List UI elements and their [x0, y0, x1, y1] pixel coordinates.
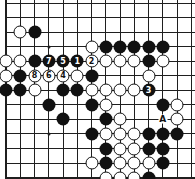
white-stone	[99, 84, 112, 97]
go-board-diagram: 75128643A	[0, 0, 195, 179]
black-stone	[0, 84, 13, 97]
black-stone	[171, 127, 184, 140]
white-stone	[142, 69, 155, 82]
white-stone-move-2: 2	[85, 55, 98, 68]
white-stone	[114, 142, 127, 155]
black-stone	[156, 127, 169, 140]
white-stone	[71, 69, 84, 82]
black-stone	[57, 113, 70, 126]
black-stone	[85, 98, 98, 111]
white-stone	[85, 157, 98, 170]
white-stone	[128, 142, 141, 155]
white-stone	[114, 157, 127, 170]
white-stone	[114, 84, 127, 97]
white-stone	[128, 84, 141, 97]
white-stone	[128, 157, 141, 170]
white-stone-move-6: 6	[42, 69, 55, 82]
star-point	[47, 45, 50, 48]
black-stone	[142, 127, 155, 140]
white-stone	[114, 171, 127, 179]
black-stone	[156, 142, 169, 155]
black-stone	[99, 157, 112, 170]
white-stone	[114, 55, 127, 68]
white-stone	[114, 113, 127, 126]
black-stone-move-1: 1	[71, 55, 84, 68]
white-stone	[14, 55, 27, 68]
black-stone	[128, 40, 141, 53]
black-stone	[142, 171, 155, 179]
white-stone	[156, 55, 169, 68]
black-stone	[156, 40, 169, 53]
black-stone	[28, 55, 41, 68]
point-label-A: A	[158, 115, 167, 124]
white-stone	[85, 84, 98, 97]
black-stone	[156, 157, 169, 170]
white-stone	[99, 98, 112, 111]
black-stone	[85, 69, 98, 82]
white-stone	[128, 127, 141, 140]
black-stone	[28, 26, 41, 39]
white-stone	[142, 157, 155, 170]
grid-vline	[191, 0, 192, 179]
black-stone-move-5: 5	[57, 55, 70, 68]
white-stone	[128, 55, 141, 68]
black-stone	[142, 40, 155, 53]
white-stone	[14, 26, 27, 39]
grid-vline	[177, 0, 178, 179]
black-stone-move-7: 7	[42, 55, 55, 68]
black-stone	[142, 142, 155, 155]
black-stone	[142, 55, 155, 68]
star-point	[47, 132, 50, 135]
white-stone	[128, 171, 141, 179]
black-stone	[99, 113, 112, 126]
white-stone	[99, 127, 112, 140]
black-stone	[99, 142, 112, 155]
white-stone	[85, 40, 98, 53]
white-stone	[99, 171, 112, 179]
white-stone-move-8: 8	[28, 69, 41, 82]
white-stone	[0, 69, 13, 82]
grid-vline	[48, 0, 49, 179]
white-stone	[171, 113, 184, 126]
black-stone	[99, 40, 112, 53]
black-stone	[42, 98, 55, 111]
white-stone	[99, 55, 112, 68]
black-stone-move-3: 3	[142, 84, 155, 97]
white-stone	[114, 127, 127, 140]
black-stone	[14, 69, 27, 82]
black-stone	[85, 127, 98, 140]
black-stone	[57, 84, 70, 97]
black-stone	[71, 84, 84, 97]
white-stone	[28, 84, 41, 97]
black-stone	[14, 84, 27, 97]
black-stone	[114, 40, 127, 53]
white-stone	[0, 55, 13, 68]
black-stone	[156, 98, 169, 111]
white-stone	[171, 98, 184, 111]
white-stone-move-4: 4	[57, 69, 70, 82]
